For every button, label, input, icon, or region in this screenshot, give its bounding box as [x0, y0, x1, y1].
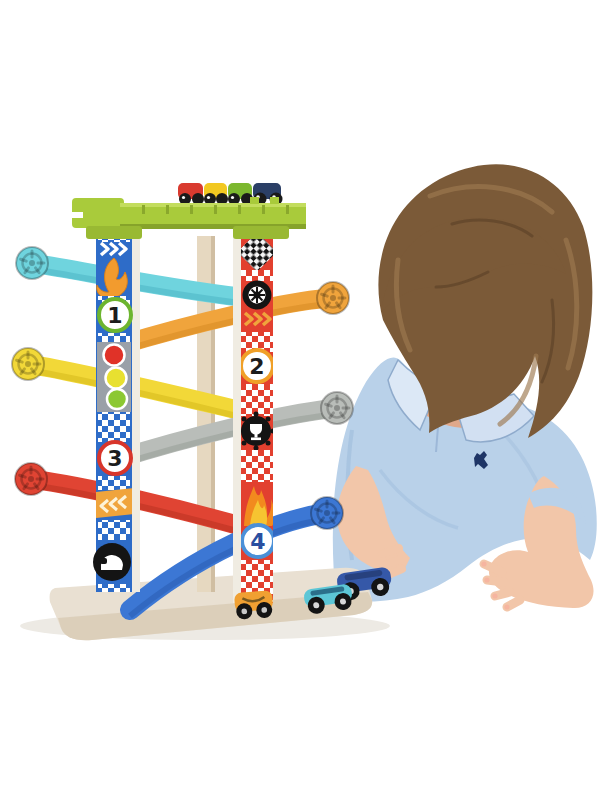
child	[333, 164, 597, 609]
ramp-tower-toy: 1 3	[12, 183, 390, 640]
arrow-band-icon	[96, 488, 132, 518]
badge-4-number: 4	[250, 529, 265, 554]
ramp-end-wheel	[12, 348, 44, 380]
badge-3-number: 3	[107, 446, 122, 471]
ramp-end-wheel	[317, 282, 349, 314]
car-yellow	[204, 183, 228, 205]
product-photo: 1 3	[0, 0, 600, 800]
racing-helmet-icon	[93, 543, 131, 581]
ramp-end-wheel	[16, 247, 48, 279]
platform-cars	[178, 183, 283, 206]
badge-1: 1	[99, 299, 131, 331]
car-green	[228, 183, 253, 205]
photo-illustration: 1 3	[0, 0, 600, 800]
ramp-end-wheel	[15, 463, 47, 495]
tire-icon	[243, 281, 272, 310]
ramp-end-wheel	[321, 392, 353, 424]
ramp-end-wheel	[311, 497, 343, 529]
badge-1-number: 1	[107, 303, 122, 328]
left-pillar: 1 3	[93, 230, 140, 592]
badge-2: 2	[241, 350, 273, 382]
right-pillar: 2	[233, 226, 277, 603]
badge-2-number: 2	[249, 354, 264, 379]
badge-3: 3	[99, 442, 131, 474]
trophy-icon	[237, 412, 276, 451]
badge-4: 4	[242, 525, 274, 557]
car-red	[178, 183, 204, 205]
top-platform	[72, 197, 306, 239]
traffic-lights-icon	[97, 342, 131, 412]
